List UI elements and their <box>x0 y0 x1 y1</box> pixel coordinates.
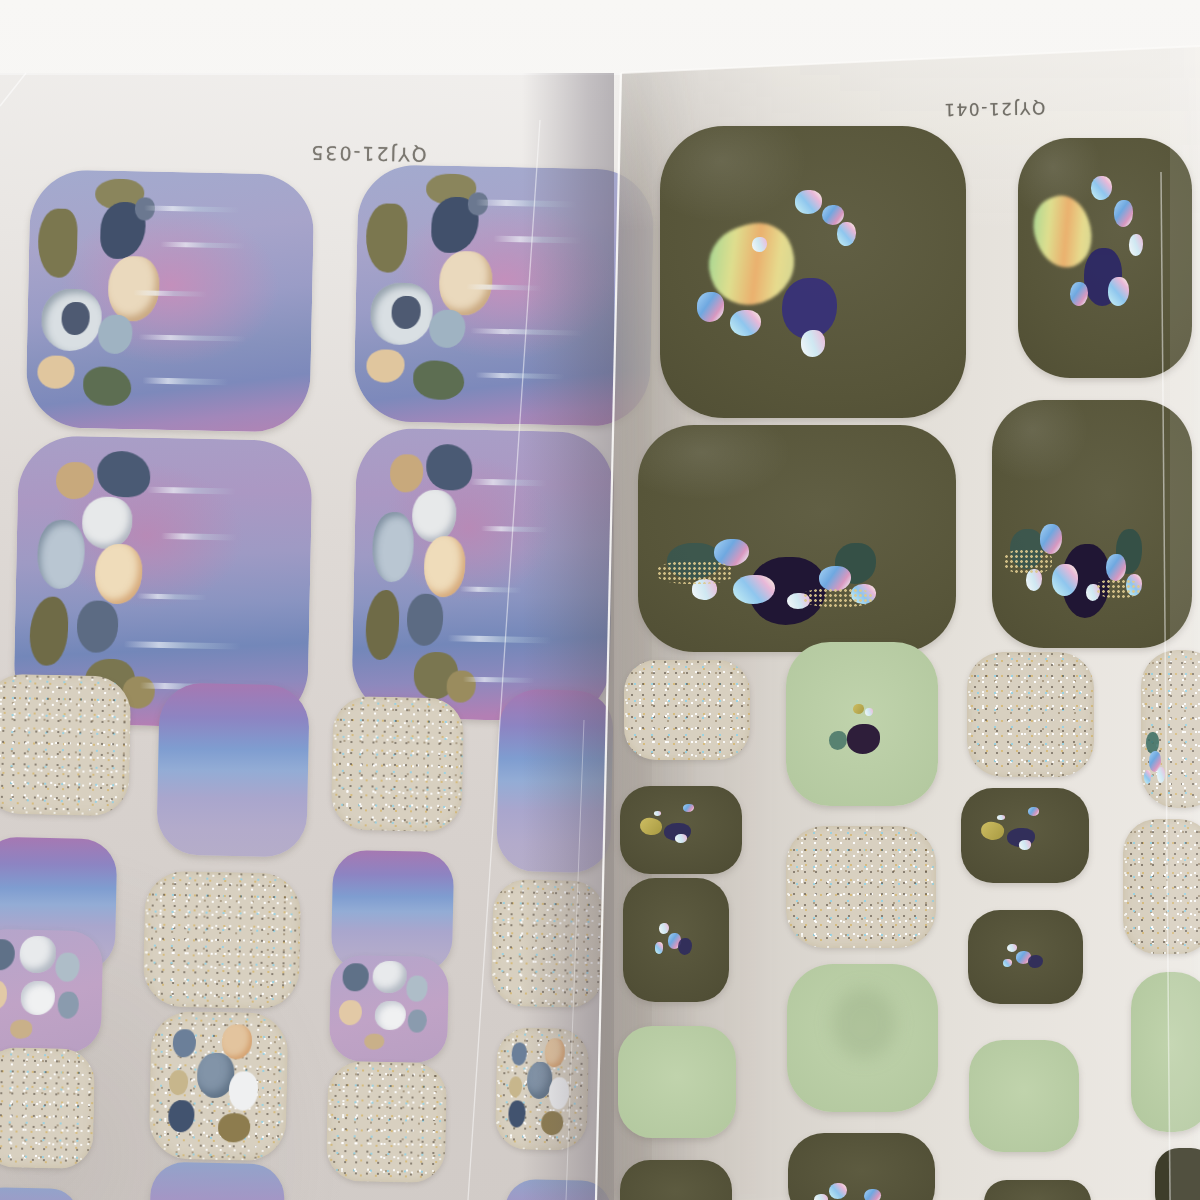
stone-blob <box>372 512 415 582</box>
foil-flake <box>1019 840 1032 850</box>
nail-sticker-purple-large <box>25 169 314 433</box>
stone-blob <box>678 938 692 955</box>
glitter-streak <box>161 533 238 540</box>
foil-flake <box>864 1189 880 1200</box>
foil-flake <box>659 923 669 934</box>
stone-blob <box>365 1034 385 1050</box>
stone-blob <box>36 519 84 589</box>
stone-blob <box>447 670 476 702</box>
glitter-streak <box>459 586 521 593</box>
stone-blob <box>168 1100 195 1133</box>
foil-flake <box>675 834 687 843</box>
stone-blob <box>411 489 456 542</box>
gold-dust <box>1096 579 1140 599</box>
stone-blob <box>438 250 493 315</box>
stone-blob <box>217 1113 250 1143</box>
nail-sticker-sage <box>618 1026 736 1138</box>
foil-flake <box>795 190 823 213</box>
stone-blob <box>29 596 69 666</box>
nail-sticker-olive-small <box>984 1180 1091 1200</box>
nail-sticker-glitter <box>331 696 465 833</box>
stone-blob <box>366 349 405 383</box>
nail-sticker-sage <box>969 1040 1079 1152</box>
stone-blob <box>407 594 444 647</box>
gold-flake <box>980 820 1006 842</box>
foil-flake <box>997 815 1005 821</box>
stone-blob <box>229 1071 259 1110</box>
stone-blob <box>342 963 369 991</box>
nail-sticker-olive-small <box>961 788 1089 883</box>
stone-blob <box>37 208 78 278</box>
stone-blob <box>0 980 7 1010</box>
glitter-streak <box>143 378 228 385</box>
foil-flake <box>1129 234 1143 256</box>
stone-blob <box>339 999 362 1025</box>
nail-sticker-purple-small <box>156 682 310 857</box>
foil-flake <box>865 708 873 716</box>
foil-flake <box>1028 807 1040 816</box>
glitter-streak <box>160 241 245 248</box>
stone-blob <box>365 203 408 273</box>
nail-sticker-glitter <box>143 870 302 1009</box>
stone-blob <box>509 1076 522 1097</box>
foil-flake <box>837 222 855 245</box>
stone-blob <box>169 1070 189 1096</box>
gold-dust <box>803 588 873 606</box>
stone-blob <box>21 981 56 1016</box>
stone-blob <box>373 961 407 993</box>
foil-flake <box>801 330 825 356</box>
foil-flake <box>1108 277 1129 306</box>
foil-flake <box>1114 200 1133 226</box>
stone-blob <box>83 366 132 406</box>
stone-blob <box>37 355 75 389</box>
gold-flake <box>853 704 864 714</box>
gold-dust <box>657 561 733 584</box>
foil-flake <box>822 205 843 225</box>
nail-sticker-sage <box>787 964 938 1112</box>
gold-dust <box>1004 549 1052 574</box>
nail-sticker-stone-lavender <box>0 929 103 1054</box>
nail-sticker-glitter <box>0 673 131 816</box>
stone-blob <box>829 731 847 751</box>
glitter-streak <box>147 487 235 495</box>
stone-blob <box>107 256 159 322</box>
stone-blob <box>0 939 15 971</box>
stone-blob <box>1028 955 1043 968</box>
glitter-streak <box>138 334 246 341</box>
stone-blob <box>19 936 56 973</box>
stone-blob <box>98 315 133 354</box>
foil-flake <box>819 566 851 591</box>
foil-flake <box>829 1183 847 1199</box>
foil-flake <box>1007 944 1017 952</box>
photo-canvas: QYJ21-035 QYJ21-041 <box>0 0 1200 1200</box>
nail-sticker-stone-glitter <box>148 1011 288 1162</box>
stone-blob <box>55 952 79 982</box>
foil-flake <box>1070 282 1087 306</box>
stone-blob <box>173 1029 197 1058</box>
foil-flake <box>1106 554 1126 581</box>
stone-blob <box>407 1009 426 1033</box>
stone-blob <box>425 443 472 490</box>
sheet-code-label-left: QYJ21-035 <box>288 137 449 172</box>
nail-sticker-glitter <box>786 826 936 948</box>
foil-flake <box>752 237 767 252</box>
nail-sticker-glitter <box>1123 819 1200 954</box>
nail-sticker-olive-dark <box>1155 1148 1200 1200</box>
nail-sticker-olive-small <box>968 910 1083 1004</box>
stone-blob <box>81 497 132 550</box>
glitter-streak <box>143 205 240 212</box>
stone-blob <box>429 309 465 348</box>
stone-blob <box>365 590 400 660</box>
foil-flake <box>655 942 663 953</box>
nail-sticker-sage <box>786 642 938 806</box>
nail-sticker-olive-small <box>623 878 729 1002</box>
foil-flake <box>730 310 761 336</box>
nail-sticker-olive-large <box>638 425 956 652</box>
nail-sticker-glitter <box>1141 650 1200 808</box>
stone-blob <box>374 1000 405 1030</box>
nail-sticker-olive-small <box>620 1160 732 1200</box>
foil-flake <box>1003 959 1012 967</box>
nail-sticker-purple-small <box>331 850 455 974</box>
glitter-streak <box>123 642 241 650</box>
glitter-streak <box>136 593 207 600</box>
foil-flake <box>1157 767 1165 783</box>
nail-sticker-purple-bottom <box>149 1162 285 1200</box>
stone-blob <box>389 454 423 492</box>
stone-blob <box>97 451 151 498</box>
stone-blob <box>57 991 78 1018</box>
foil-flake <box>1091 176 1112 200</box>
stone-blob <box>413 360 464 400</box>
nail-sticker-stone-lavender <box>329 955 449 1063</box>
foil-flake <box>1040 524 1062 554</box>
stone-blob <box>406 975 428 1001</box>
gold-flake <box>638 816 663 836</box>
nail-sticker-olive-large <box>660 126 966 418</box>
foil-flake <box>654 811 661 816</box>
nail-sticker-sage <box>1131 972 1200 1132</box>
foil-flake <box>814 1194 827 1200</box>
foil-flake <box>697 292 725 321</box>
stone-blob <box>76 600 118 653</box>
nail-sticker-olive-large <box>1018 138 1192 378</box>
nail-sticker-olive-large <box>992 400 1192 648</box>
stone-blob <box>56 462 95 500</box>
shade-patch <box>832 988 895 1059</box>
nail-sticker-glitter <box>326 1061 447 1183</box>
foil-flake <box>683 804 694 812</box>
nail-sticker-glitter <box>624 660 750 760</box>
nail-sticker-olive-small <box>788 1133 935 1200</box>
foil-flake <box>1144 770 1151 784</box>
nail-sticker-glitter <box>967 652 1094 777</box>
sheet-code-label-right: QYJ21-041 <box>938 95 1050 123</box>
stone-blob <box>10 1020 32 1039</box>
nail-sticker-olive-small <box>620 786 742 874</box>
stone-blob <box>847 724 880 754</box>
nail-sticker-glitter <box>0 1047 95 1169</box>
